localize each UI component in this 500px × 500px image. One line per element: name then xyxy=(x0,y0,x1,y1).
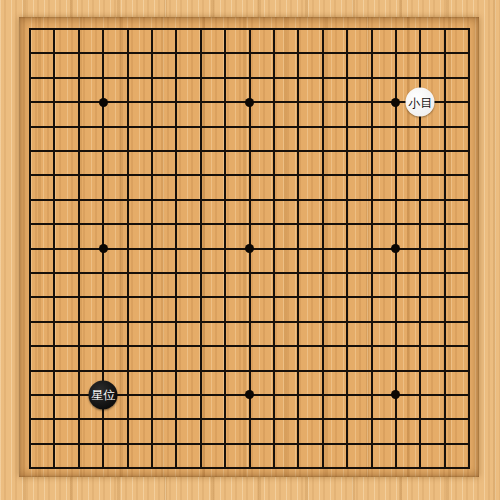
intersection[interactable] xyxy=(67,456,91,480)
intersection[interactable] xyxy=(237,310,261,334)
intersection[interactable] xyxy=(384,358,408,382)
intersection[interactable] xyxy=(67,334,91,358)
intersection[interactable] xyxy=(115,407,139,431)
intersection[interactable] xyxy=(286,407,310,431)
intersection[interactable] xyxy=(335,431,359,455)
intersection[interactable] xyxy=(457,261,481,285)
intersection[interactable] xyxy=(311,261,335,285)
intersection[interactable] xyxy=(18,383,42,407)
intersection[interactable] xyxy=(67,41,91,65)
intersection[interactable] xyxy=(164,139,188,163)
intersection[interactable] xyxy=(115,358,139,382)
intersection[interactable] xyxy=(359,114,383,138)
intersection[interactable] xyxy=(286,310,310,334)
intersection[interactable] xyxy=(18,17,42,41)
intersection[interactable] xyxy=(237,17,261,41)
intersection[interactable] xyxy=(42,163,66,187)
intersection[interactable] xyxy=(115,383,139,407)
intersection[interactable] xyxy=(189,139,213,163)
intersection[interactable] xyxy=(286,66,310,90)
intersection[interactable] xyxy=(189,285,213,309)
intersection[interactable] xyxy=(359,310,383,334)
intersection[interactable] xyxy=(286,285,310,309)
intersection[interactable] xyxy=(359,285,383,309)
intersection[interactable] xyxy=(42,41,66,65)
intersection[interactable] xyxy=(262,310,286,334)
intersection[interactable] xyxy=(164,236,188,260)
intersection[interactable] xyxy=(140,114,164,138)
intersection[interactable] xyxy=(457,236,481,260)
intersection[interactable] xyxy=(67,114,91,138)
intersection[interactable] xyxy=(335,236,359,260)
intersection[interactable] xyxy=(432,114,456,138)
intersection[interactable] xyxy=(457,334,481,358)
intersection[interactable] xyxy=(408,114,432,138)
intersection[interactable] xyxy=(67,66,91,90)
intersection[interactable] xyxy=(189,17,213,41)
intersection[interactable] xyxy=(311,407,335,431)
intersection[interactable] xyxy=(359,188,383,212)
intersection[interactable] xyxy=(18,358,42,382)
intersection[interactable] xyxy=(213,66,237,90)
intersection[interactable] xyxy=(262,334,286,358)
intersection[interactable] xyxy=(213,334,237,358)
intersection[interactable] xyxy=(408,456,432,480)
intersection[interactable] xyxy=(311,212,335,236)
intersection[interactable] xyxy=(140,212,164,236)
intersection[interactable] xyxy=(311,310,335,334)
intersection[interactable] xyxy=(115,261,139,285)
intersection[interactable] xyxy=(213,261,237,285)
intersection[interactable] xyxy=(213,163,237,187)
intersection[interactable] xyxy=(67,163,91,187)
intersection[interactable] xyxy=(335,90,359,114)
intersection[interactable] xyxy=(42,407,66,431)
intersection[interactable] xyxy=(18,90,42,114)
intersection[interactable] xyxy=(408,17,432,41)
intersection[interactable] xyxy=(384,41,408,65)
intersection[interactable] xyxy=(262,17,286,41)
intersection[interactable] xyxy=(140,66,164,90)
intersection[interactable] xyxy=(140,383,164,407)
intersection[interactable] xyxy=(335,114,359,138)
intersection[interactable] xyxy=(91,212,115,236)
intersection[interactable] xyxy=(359,90,383,114)
intersection[interactable] xyxy=(359,407,383,431)
intersection[interactable] xyxy=(67,358,91,382)
intersection[interactable] xyxy=(384,66,408,90)
intersection[interactable] xyxy=(18,431,42,455)
intersection[interactable] xyxy=(115,310,139,334)
intersection[interactable] xyxy=(115,431,139,455)
intersection[interactable] xyxy=(311,383,335,407)
intersection[interactable] xyxy=(457,358,481,382)
intersection[interactable] xyxy=(457,285,481,309)
intersection[interactable] xyxy=(164,261,188,285)
intersection[interactable] xyxy=(67,188,91,212)
intersection[interactable] xyxy=(213,212,237,236)
intersection[interactable] xyxy=(262,407,286,431)
intersection[interactable] xyxy=(432,358,456,382)
intersection[interactable] xyxy=(164,90,188,114)
intersection[interactable] xyxy=(286,236,310,260)
intersection[interactable] xyxy=(164,114,188,138)
intersection[interactable] xyxy=(286,163,310,187)
intersection[interactable] xyxy=(384,261,408,285)
intersection[interactable] xyxy=(384,114,408,138)
intersection[interactable]: 小目 xyxy=(408,90,432,114)
intersection[interactable] xyxy=(91,358,115,382)
intersection[interactable] xyxy=(432,334,456,358)
intersection[interactable] xyxy=(335,358,359,382)
intersection[interactable] xyxy=(262,66,286,90)
intersection[interactable] xyxy=(408,383,432,407)
intersection[interactable] xyxy=(18,407,42,431)
intersection[interactable] xyxy=(384,236,408,260)
intersection[interactable] xyxy=(432,163,456,187)
intersection[interactable] xyxy=(408,66,432,90)
intersection[interactable] xyxy=(237,114,261,138)
intersection[interactable] xyxy=(262,358,286,382)
intersection[interactable] xyxy=(115,114,139,138)
intersection[interactable] xyxy=(189,163,213,187)
intersection[interactable] xyxy=(262,41,286,65)
intersection[interactable] xyxy=(432,188,456,212)
intersection[interactable] xyxy=(286,114,310,138)
intersection[interactable] xyxy=(140,188,164,212)
intersection[interactable] xyxy=(237,163,261,187)
intersection[interactable] xyxy=(67,383,91,407)
intersection[interactable] xyxy=(311,456,335,480)
intersection[interactable] xyxy=(335,456,359,480)
intersection[interactable] xyxy=(164,212,188,236)
intersection[interactable] xyxy=(140,431,164,455)
intersection[interactable] xyxy=(311,236,335,260)
intersection[interactable] xyxy=(335,285,359,309)
intersection[interactable] xyxy=(140,90,164,114)
intersection[interactable] xyxy=(457,188,481,212)
intersection[interactable] xyxy=(164,41,188,65)
intersection[interactable] xyxy=(189,41,213,65)
intersection[interactable] xyxy=(359,456,383,480)
intersection[interactable] xyxy=(115,163,139,187)
intersection[interactable] xyxy=(384,212,408,236)
intersection[interactable] xyxy=(408,139,432,163)
intersection[interactable] xyxy=(286,358,310,382)
intersection[interactable] xyxy=(91,334,115,358)
intersection[interactable] xyxy=(286,431,310,455)
intersection[interactable] xyxy=(359,17,383,41)
intersection[interactable] xyxy=(457,114,481,138)
intersection[interactable] xyxy=(213,383,237,407)
intersection[interactable] xyxy=(213,90,237,114)
intersection[interactable] xyxy=(311,285,335,309)
intersection[interactable] xyxy=(164,431,188,455)
intersection[interactable] xyxy=(286,41,310,65)
intersection[interactable] xyxy=(311,431,335,455)
intersection[interactable] xyxy=(67,285,91,309)
intersection[interactable] xyxy=(140,358,164,382)
intersection[interactable] xyxy=(189,261,213,285)
intersection[interactable] xyxy=(384,383,408,407)
intersection[interactable] xyxy=(457,383,481,407)
intersection[interactable] xyxy=(432,310,456,334)
intersection[interactable] xyxy=(213,114,237,138)
intersection[interactable] xyxy=(91,236,115,260)
intersection[interactable] xyxy=(42,139,66,163)
intersection[interactable] xyxy=(164,17,188,41)
intersection[interactable] xyxy=(213,431,237,455)
intersection[interactable] xyxy=(432,285,456,309)
intersection[interactable] xyxy=(311,17,335,41)
intersection[interactable] xyxy=(18,212,42,236)
intersection[interactable] xyxy=(262,188,286,212)
intersection[interactable] xyxy=(91,41,115,65)
intersection[interactable] xyxy=(237,383,261,407)
intersection[interactable] xyxy=(140,456,164,480)
intersection[interactable] xyxy=(311,66,335,90)
intersection[interactable] xyxy=(42,261,66,285)
intersection[interactable] xyxy=(91,456,115,480)
intersection[interactable] xyxy=(91,17,115,41)
intersection[interactable] xyxy=(140,310,164,334)
intersection[interactable] xyxy=(359,139,383,163)
intersection[interactable] xyxy=(432,383,456,407)
intersection[interactable] xyxy=(42,17,66,41)
intersection[interactable] xyxy=(213,407,237,431)
intersection[interactable] xyxy=(237,407,261,431)
intersection[interactable] xyxy=(42,358,66,382)
intersection[interactable] xyxy=(18,456,42,480)
intersection[interactable] xyxy=(18,139,42,163)
intersection[interactable] xyxy=(408,407,432,431)
intersection[interactable] xyxy=(359,66,383,90)
intersection[interactable] xyxy=(335,407,359,431)
intersection[interactable] xyxy=(91,66,115,90)
intersection[interactable] xyxy=(237,358,261,382)
intersection[interactable] xyxy=(384,456,408,480)
intersection[interactable] xyxy=(286,383,310,407)
intersection[interactable] xyxy=(335,66,359,90)
intersection[interactable] xyxy=(115,212,139,236)
intersection[interactable] xyxy=(115,188,139,212)
intersection[interactable] xyxy=(432,407,456,431)
intersection[interactable] xyxy=(311,188,335,212)
intersection[interactable]: 星位 xyxy=(91,383,115,407)
intersection[interactable] xyxy=(457,431,481,455)
intersection[interactable] xyxy=(286,212,310,236)
intersection[interactable] xyxy=(18,41,42,65)
intersection[interactable] xyxy=(432,41,456,65)
intersection[interactable] xyxy=(432,456,456,480)
intersection[interactable] xyxy=(237,139,261,163)
intersection[interactable] xyxy=(164,358,188,382)
intersection[interactable] xyxy=(189,66,213,90)
intersection[interactable] xyxy=(311,334,335,358)
intersection[interactable] xyxy=(432,66,456,90)
intersection[interactable] xyxy=(359,212,383,236)
intersection[interactable] xyxy=(42,383,66,407)
intersection[interactable] xyxy=(384,188,408,212)
intersection[interactable] xyxy=(359,236,383,260)
intersection[interactable] xyxy=(359,358,383,382)
intersection[interactable] xyxy=(140,41,164,65)
intersection[interactable] xyxy=(335,188,359,212)
intersection[interactable] xyxy=(408,163,432,187)
intersection[interactable] xyxy=(213,139,237,163)
intersection[interactable] xyxy=(408,188,432,212)
intersection[interactable] xyxy=(359,41,383,65)
intersection[interactable] xyxy=(457,212,481,236)
intersection[interactable] xyxy=(140,17,164,41)
intersection[interactable] xyxy=(408,261,432,285)
intersection[interactable] xyxy=(213,310,237,334)
intersection[interactable] xyxy=(91,188,115,212)
intersection[interactable] xyxy=(335,261,359,285)
intersection[interactable] xyxy=(115,139,139,163)
intersection[interactable] xyxy=(140,334,164,358)
intersection[interactable] xyxy=(91,310,115,334)
intersection[interactable] xyxy=(140,407,164,431)
intersection[interactable] xyxy=(18,285,42,309)
intersection[interactable] xyxy=(115,456,139,480)
intersection[interactable] xyxy=(335,383,359,407)
intersection[interactable] xyxy=(91,163,115,187)
intersection[interactable] xyxy=(237,41,261,65)
intersection[interactable] xyxy=(67,17,91,41)
intersection[interactable] xyxy=(408,285,432,309)
intersection[interactable] xyxy=(91,139,115,163)
intersection[interactable] xyxy=(164,188,188,212)
intersection[interactable] xyxy=(42,236,66,260)
intersection[interactable] xyxy=(335,163,359,187)
intersection[interactable] xyxy=(213,41,237,65)
intersection[interactable] xyxy=(359,431,383,455)
intersection[interactable] xyxy=(432,90,456,114)
intersection[interactable] xyxy=(408,334,432,358)
intersection[interactable] xyxy=(286,139,310,163)
intersection[interactable] xyxy=(18,236,42,260)
intersection[interactable] xyxy=(189,212,213,236)
intersection[interactable] xyxy=(67,407,91,431)
intersection[interactable] xyxy=(335,212,359,236)
intersection[interactable] xyxy=(262,139,286,163)
intersection[interactable] xyxy=(311,41,335,65)
intersection[interactable] xyxy=(164,66,188,90)
intersection[interactable] xyxy=(18,66,42,90)
intersection[interactable] xyxy=(359,334,383,358)
intersection[interactable] xyxy=(115,41,139,65)
intersection[interactable] xyxy=(335,17,359,41)
intersection[interactable] xyxy=(457,407,481,431)
intersection[interactable] xyxy=(189,358,213,382)
intersection[interactable] xyxy=(262,431,286,455)
intersection[interactable] xyxy=(311,163,335,187)
intersection[interactable] xyxy=(408,236,432,260)
intersection[interactable] xyxy=(140,139,164,163)
intersection[interactable] xyxy=(286,90,310,114)
intersection[interactable] xyxy=(237,236,261,260)
intersection[interactable] xyxy=(311,358,335,382)
intersection[interactable] xyxy=(408,41,432,65)
intersection[interactable] xyxy=(18,114,42,138)
intersection[interactable] xyxy=(67,139,91,163)
intersection[interactable] xyxy=(408,212,432,236)
intersection[interactable] xyxy=(91,407,115,431)
intersection[interactable] xyxy=(189,90,213,114)
intersection[interactable] xyxy=(262,456,286,480)
intersection[interactable] xyxy=(286,188,310,212)
black-stone[interactable]: 星位 xyxy=(89,380,118,409)
intersection[interactable] xyxy=(18,334,42,358)
intersection[interactable] xyxy=(213,456,237,480)
intersection[interactable] xyxy=(213,188,237,212)
intersection[interactable] xyxy=(262,163,286,187)
intersection[interactable] xyxy=(237,90,261,114)
intersection[interactable] xyxy=(384,17,408,41)
intersection[interactable] xyxy=(237,431,261,455)
intersection[interactable] xyxy=(42,212,66,236)
intersection[interactable] xyxy=(213,285,237,309)
intersection[interactable] xyxy=(42,285,66,309)
intersection[interactable] xyxy=(262,383,286,407)
intersection[interactable] xyxy=(189,310,213,334)
intersection[interactable] xyxy=(384,310,408,334)
intersection[interactable] xyxy=(115,90,139,114)
intersection[interactable] xyxy=(432,236,456,260)
intersection[interactable] xyxy=(384,285,408,309)
intersection[interactable] xyxy=(286,261,310,285)
intersection[interactable] xyxy=(408,358,432,382)
intersection[interactable] xyxy=(140,261,164,285)
intersection[interactable] xyxy=(115,285,139,309)
intersection[interactable] xyxy=(311,139,335,163)
intersection[interactable] xyxy=(42,90,66,114)
intersection[interactable] xyxy=(237,212,261,236)
intersection[interactable] xyxy=(262,212,286,236)
intersection[interactable] xyxy=(18,163,42,187)
intersection[interactable] xyxy=(311,114,335,138)
white-stone[interactable]: 小目 xyxy=(406,88,435,117)
intersection[interactable] xyxy=(67,261,91,285)
intersection[interactable] xyxy=(335,41,359,65)
intersection[interactable] xyxy=(42,114,66,138)
intersection[interactable] xyxy=(335,334,359,358)
intersection[interactable] xyxy=(359,383,383,407)
intersection[interactable] xyxy=(457,90,481,114)
intersection[interactable] xyxy=(286,17,310,41)
intersection[interactable] xyxy=(237,66,261,90)
intersection[interactable] xyxy=(237,456,261,480)
intersection[interactable] xyxy=(189,114,213,138)
intersection[interactable] xyxy=(237,285,261,309)
intersection[interactable] xyxy=(432,212,456,236)
intersection[interactable] xyxy=(408,431,432,455)
intersection[interactable] xyxy=(67,90,91,114)
intersection[interactable] xyxy=(189,334,213,358)
intersection[interactable] xyxy=(311,90,335,114)
intersection[interactable] xyxy=(67,310,91,334)
intersection[interactable] xyxy=(91,261,115,285)
intersection[interactable] xyxy=(384,407,408,431)
intersection[interactable] xyxy=(42,456,66,480)
intersection[interactable] xyxy=(140,163,164,187)
intersection[interactable] xyxy=(189,236,213,260)
intersection[interactable] xyxy=(18,188,42,212)
intersection[interactable] xyxy=(140,236,164,260)
intersection[interactable] xyxy=(384,139,408,163)
intersection[interactable] xyxy=(164,285,188,309)
